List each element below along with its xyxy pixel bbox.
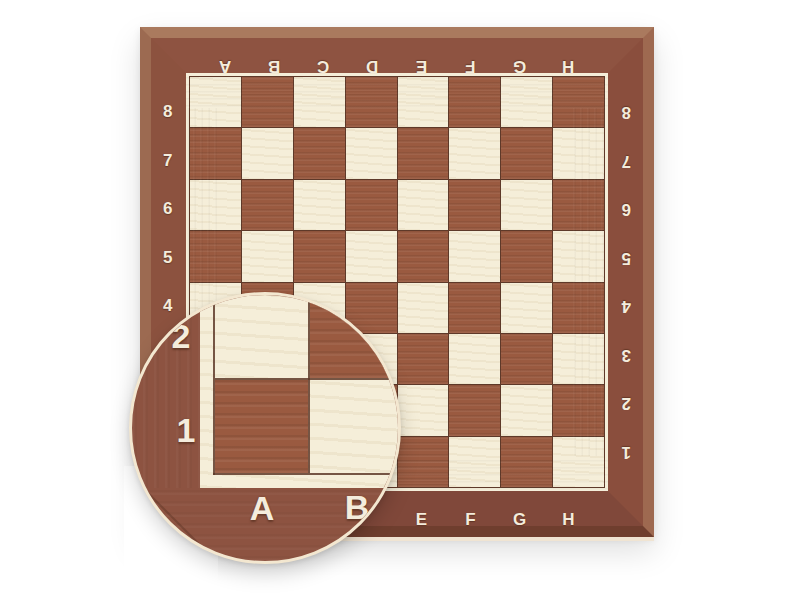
- square-d6: [346, 180, 397, 230]
- inset-file-label-a: A: [250, 489, 275, 528]
- rank-label-right-1: 1: [597, 428, 631, 477]
- rank-label-right-5: 5: [597, 234, 631, 283]
- square-g5: [501, 231, 552, 281]
- rank-label-left-8: 8: [163, 88, 197, 137]
- square-c8: [294, 77, 345, 127]
- square-b5: [242, 231, 293, 281]
- square-g3: [501, 334, 552, 384]
- square-f7: [449, 128, 500, 178]
- square-g6: [501, 180, 552, 230]
- file-label-top-A: A: [201, 55, 250, 77]
- rank-label-left-6: 6: [163, 185, 197, 234]
- inset-square-a1: [215, 380, 308, 473]
- file-label-top-D: D: [348, 55, 397, 77]
- square-f1: [449, 437, 500, 487]
- square-c5: [294, 231, 345, 281]
- rank-label-right-6: 6: [597, 185, 631, 234]
- inset-rank-label-1: 1: [177, 411, 196, 450]
- square-d8: [346, 77, 397, 127]
- square-f5: [449, 231, 500, 281]
- rank-label-right-8: 8: [597, 88, 631, 137]
- inset-border-line: [213, 473, 398, 475]
- rank-label-right-4: 4: [597, 282, 631, 331]
- square-e2: [398, 385, 449, 435]
- square-e8: [398, 77, 449, 127]
- file-label-top-F: F: [446, 55, 495, 77]
- file-label-top-E: E: [397, 55, 446, 77]
- rank-label-left-5: 5: [163, 234, 197, 283]
- square-a5: [190, 231, 241, 281]
- square-a6: [190, 180, 241, 230]
- square-a7: [190, 128, 241, 178]
- rank-label-right-7: 7: [597, 137, 631, 186]
- square-b8: [242, 77, 293, 127]
- file-label-top-C: C: [299, 55, 348, 77]
- square-e3: [398, 334, 449, 384]
- file-label-bottom-F: F: [446, 509, 495, 531]
- square-e5: [398, 231, 449, 281]
- square-g1: [501, 437, 552, 487]
- square-e6: [398, 180, 449, 230]
- square-f3: [449, 334, 500, 384]
- rank-labels-right: 87654321: [597, 88, 631, 476]
- square-c7: [294, 128, 345, 178]
- square-f2: [449, 385, 500, 435]
- file-label-top-H: H: [544, 55, 593, 77]
- square-d5: [346, 231, 397, 281]
- square-e1: [398, 437, 449, 487]
- square-b6: [242, 180, 293, 230]
- square-f8: [449, 77, 500, 127]
- square-g8: [501, 77, 552, 127]
- rank-label-right-3: 3: [597, 331, 631, 380]
- square-d7: [346, 128, 397, 178]
- corner-inset-magnifier: 2 1 A B: [129, 292, 401, 564]
- square-g2: [501, 385, 552, 435]
- file-labels-top: ABCDEFGH: [201, 55, 593, 77]
- square-f4: [449, 283, 500, 333]
- file-label-bottom-H: H: [544, 509, 593, 531]
- square-e4: [398, 283, 449, 333]
- product-photo: ABCDEFGH EFGH 87654 87654321 2 1 A B: [0, 0, 800, 600]
- inset-square-seam: [308, 295, 310, 473]
- file-label-bottom-E: E: [397, 509, 446, 531]
- inset-border-line: [213, 295, 215, 475]
- square-g4: [501, 283, 552, 333]
- file-label-top-G: G: [495, 55, 544, 77]
- square-c6: [294, 180, 345, 230]
- rank-label-right-2: 2: [597, 379, 631, 428]
- square-e7: [398, 128, 449, 178]
- file-label-top-B: B: [250, 55, 299, 77]
- square-f6: [449, 180, 500, 230]
- file-label-bottom-G: G: [495, 509, 544, 531]
- square-g7: [501, 128, 552, 178]
- rank-label-left-7: 7: [163, 137, 197, 186]
- inset-square-seam: [215, 378, 398, 380]
- square-a8: [190, 77, 241, 127]
- square-b7: [242, 128, 293, 178]
